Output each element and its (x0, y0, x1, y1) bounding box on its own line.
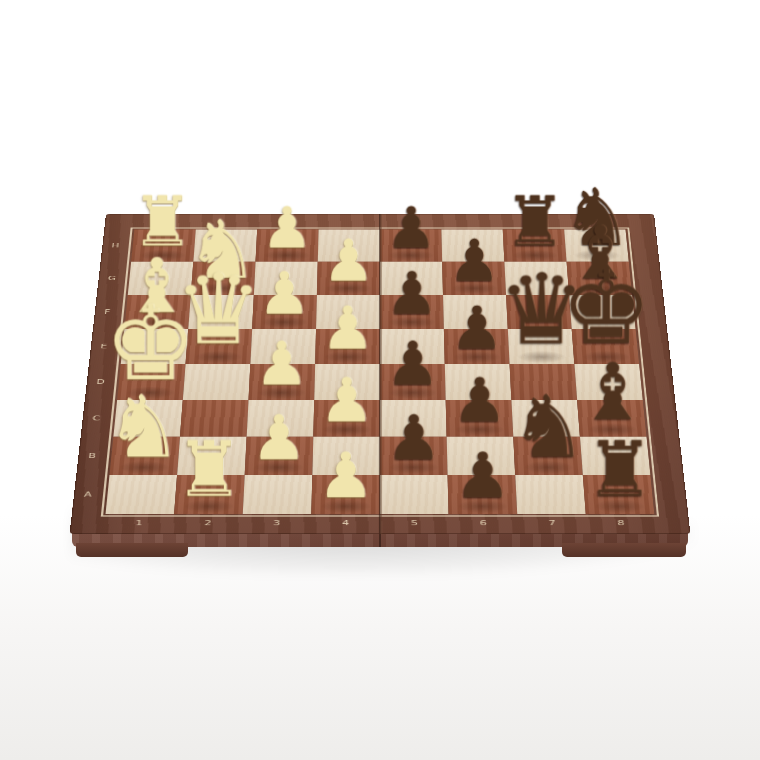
rank-label: 5 (411, 520, 418, 527)
rook-glyph: ♜ (141, 433, 277, 508)
pawn-glyph: ♟ (415, 446, 551, 508)
rank-label: 7 (548, 520, 556, 527)
rank-label: 8 (617, 520, 625, 527)
board-foot-right (562, 543, 686, 557)
chess-board: 12345678ABCDEFGH♜♟♟♜♞♞♟♟♝♝♟♟♛♟♟♛♚♚♟♟♟♟♝♞… (70, 214, 691, 534)
queen-glyph: ♛ (478, 263, 606, 359)
piece-brown-pawn-a6[interactable]: ♟ (448, 475, 518, 514)
board-foot-left (76, 543, 188, 557)
file-label: A (84, 491, 92, 497)
rank-label: 3 (273, 520, 280, 527)
rook-glyph: ♜ (552, 433, 688, 508)
rank-label: 2 (204, 520, 212, 527)
rank-label: 6 (480, 520, 487, 527)
piece-white-pawn-a4[interactable]: ♟ (311, 475, 380, 514)
piece-brown-rook-a8[interactable]: ♜ (583, 475, 655, 514)
piece-white-rook-a2[interactable]: ♜ (174, 475, 245, 514)
rank-label: 4 (342, 520, 349, 527)
pawn-glyph: ♟ (278, 446, 414, 508)
rank-label: 1 (135, 520, 143, 527)
